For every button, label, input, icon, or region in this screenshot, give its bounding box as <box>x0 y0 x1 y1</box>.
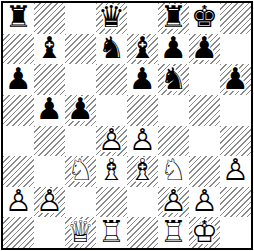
square-e1[interactable] <box>127 217 158 248</box>
piece-black-knight[interactable]: ♞♞ <box>96 34 127 65</box>
piece-white-knight[interactable]: ♞♘ <box>65 156 96 187</box>
square-b2[interactable]: ♟♙ <box>34 187 65 218</box>
white-bishop-icon: ♗ <box>96 156 127 187</box>
square-c8[interactable] <box>65 3 96 34</box>
piece-white-bishop[interactable]: ♝♗ <box>96 156 127 187</box>
square-b7[interactable]: ♝♝ <box>34 34 65 65</box>
black-pawn-icon: ♟ <box>127 64 158 95</box>
square-a5[interactable] <box>3 95 34 126</box>
square-c3[interactable]: ♞♘ <box>65 156 96 187</box>
square-g6[interactable] <box>189 64 220 95</box>
piece-white-bishop[interactable]: ♝♗ <box>127 156 158 187</box>
square-d3[interactable]: ♝♗ <box>96 156 127 187</box>
black-pawn-icon: ♟ <box>158 34 189 65</box>
piece-white-rook[interactable]: ♜♖ <box>96 217 127 248</box>
square-c1[interactable]: ♛♕ <box>65 217 96 248</box>
black-bishop-icon: ♝ <box>34 34 65 65</box>
square-f5[interactable] <box>158 95 189 126</box>
white-rook-icon: ♖ <box>96 217 127 248</box>
white-rook-icon: ♖ <box>158 217 189 248</box>
square-b5[interactable]: ♟♟ <box>34 95 65 126</box>
piece-white-pawn[interactable]: ♟♙ <box>189 187 220 218</box>
black-rook-icon: ♜ <box>3 3 34 34</box>
black-bishop-icon: ♝ <box>127 34 158 65</box>
square-b1[interactable] <box>34 217 65 248</box>
black-knight-icon: ♞ <box>96 34 127 65</box>
piece-white-king[interactable]: ♚♔ <box>189 217 220 248</box>
black-pawn-icon: ♟ <box>3 64 34 95</box>
square-h8[interactable] <box>220 3 251 34</box>
square-a6[interactable]: ♟♟ <box>3 64 34 95</box>
black-pawn-icon: ♟ <box>34 95 65 126</box>
piece-black-knight[interactable]: ♞♞ <box>158 64 189 95</box>
white-pawn-icon: ♙ <box>158 187 189 218</box>
piece-white-pawn[interactable]: ♟♙ <box>220 156 251 187</box>
square-h7[interactable] <box>220 34 251 65</box>
square-a7[interactable] <box>3 34 34 65</box>
white-pawn-icon: ♙ <box>3 187 34 218</box>
piece-black-pawn[interactable]: ♟♟ <box>65 95 96 126</box>
piece-black-rook[interactable]: ♜♜ <box>3 3 34 34</box>
square-h6[interactable]: ♟♟ <box>220 64 251 95</box>
square-c7[interactable] <box>65 34 96 65</box>
square-e3[interactable]: ♝♗ <box>127 156 158 187</box>
square-e2[interactable] <box>127 187 158 218</box>
square-a1[interactable] <box>3 217 34 248</box>
piece-white-pawn[interactable]: ♟♙ <box>3 187 34 218</box>
black-knight-icon: ♞ <box>158 64 189 95</box>
piece-black-pawn[interactable]: ♟♟ <box>220 64 251 95</box>
square-c2[interactable] <box>65 187 96 218</box>
square-f7[interactable]: ♟♟ <box>158 34 189 65</box>
piece-black-bishop[interactable]: ♝♝ <box>127 34 158 65</box>
square-e6[interactable]: ♟♟ <box>127 64 158 95</box>
square-a2[interactable]: ♟♙ <box>3 187 34 218</box>
square-g4[interactable] <box>189 126 220 157</box>
square-f6[interactable]: ♞♞ <box>158 64 189 95</box>
piece-black-pawn[interactable]: ♟♟ <box>127 64 158 95</box>
piece-black-pawn[interactable]: ♟♟ <box>189 34 220 65</box>
square-h1[interactable] <box>220 217 251 248</box>
square-f2[interactable]: ♟♙ <box>158 187 189 218</box>
white-knight-icon: ♘ <box>65 156 96 187</box>
square-g2[interactable]: ♟♙ <box>189 187 220 218</box>
white-pawn-icon: ♙ <box>34 187 65 218</box>
piece-black-bishop[interactable]: ♝♝ <box>34 34 65 65</box>
piece-white-rook[interactable]: ♜♖ <box>158 217 189 248</box>
square-a4[interactable] <box>3 126 34 157</box>
piece-white-pawn[interactable]: ♟♙ <box>158 187 189 218</box>
white-pawn-icon: ♙ <box>189 187 220 218</box>
square-e5[interactable] <box>127 95 158 126</box>
square-h3[interactable]: ♟♙ <box>220 156 251 187</box>
square-g1[interactable]: ♚♔ <box>189 217 220 248</box>
black-pawn-icon: ♟ <box>220 64 251 95</box>
piece-white-queen[interactable]: ♛♕ <box>65 217 96 248</box>
white-pawn-icon: ♙ <box>220 156 251 187</box>
black-pawn-icon: ♟ <box>189 34 220 65</box>
square-d1[interactable]: ♜♖ <box>96 217 127 248</box>
square-g7[interactable]: ♟♟ <box>189 34 220 65</box>
piece-black-pawn[interactable]: ♟♟ <box>158 34 189 65</box>
black-pawn-icon: ♟ <box>65 95 96 126</box>
square-d6[interactable] <box>96 64 127 95</box>
white-king-icon: ♔ <box>189 217 220 248</box>
square-h2[interactable] <box>220 187 251 218</box>
piece-black-pawn[interactable]: ♟♟ <box>34 95 65 126</box>
piece-white-pawn[interactable]: ♟♙ <box>34 187 65 218</box>
square-a8[interactable]: ♜♜ <box>3 3 34 34</box>
square-e7[interactable]: ♝♝ <box>127 34 158 65</box>
square-h5[interactable] <box>220 95 251 126</box>
white-queen-icon: ♕ <box>65 217 96 248</box>
square-b4[interactable] <box>34 126 65 157</box>
square-d5[interactable] <box>96 95 127 126</box>
square-d2[interactable] <box>96 187 127 218</box>
chess-board: ♜♜♛♛♜♜♚♚♝♝♞♞♝♝♟♟♟♟♟♟♟♟♞♞♟♟♟♟♟♟♟♙♟♙♞♘♝♗♝♗… <box>1 1 253 250</box>
square-d7[interactable]: ♞♞ <box>96 34 127 65</box>
white-bishop-icon: ♗ <box>127 156 158 187</box>
square-f1[interactable]: ♜♖ <box>158 217 189 248</box>
square-g5[interactable] <box>189 95 220 126</box>
square-c5[interactable]: ♟♟ <box>65 95 96 126</box>
piece-black-pawn[interactable]: ♟♟ <box>3 64 34 95</box>
